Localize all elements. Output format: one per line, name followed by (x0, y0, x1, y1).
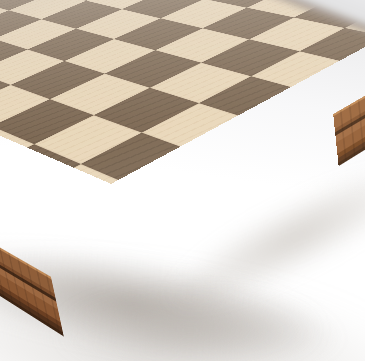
scene (0, 0, 365, 361)
chessboard (0, 0, 365, 277)
chessboard-product-photo (0, 0, 365, 361)
